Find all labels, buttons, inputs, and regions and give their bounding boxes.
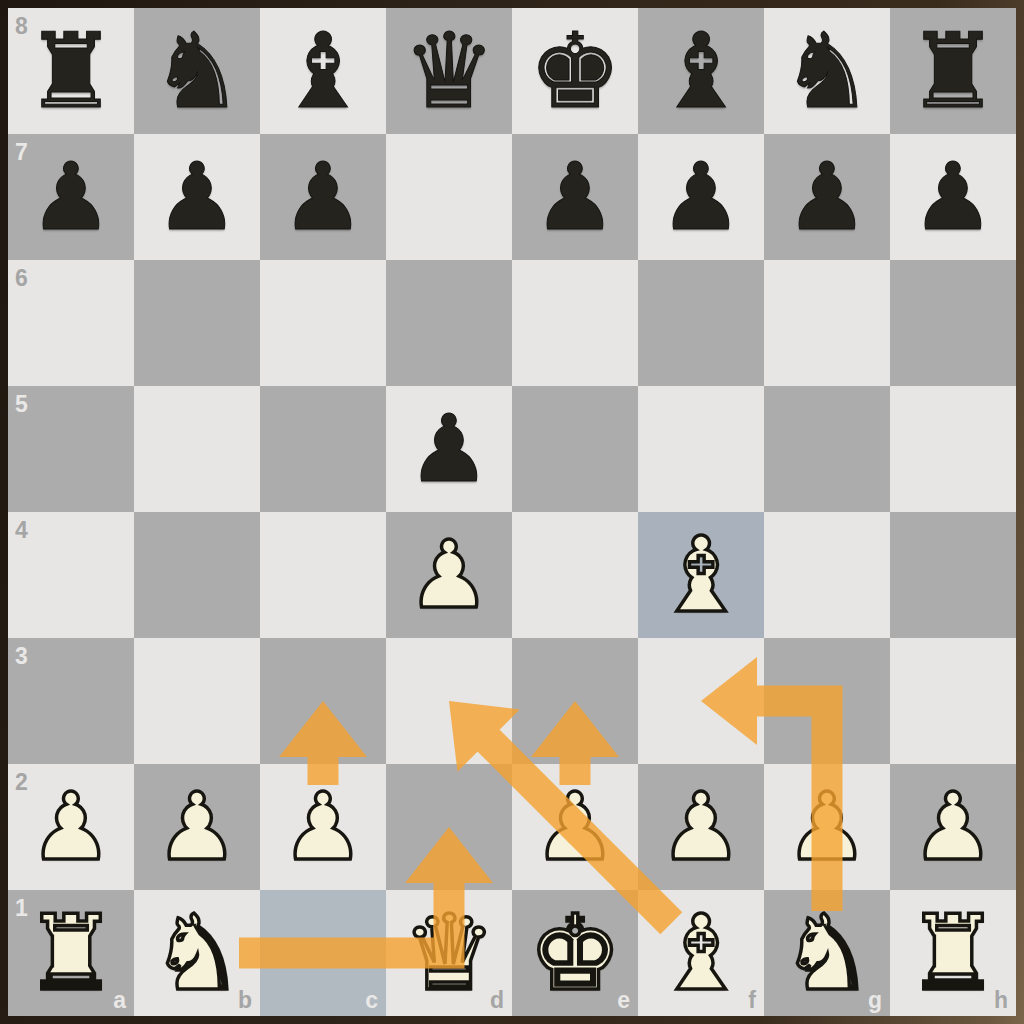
square-b1[interactable]: b♞ xyxy=(134,890,260,1016)
square-a8[interactable]: 8♜ xyxy=(8,8,134,134)
square-g7[interactable]: ♟ xyxy=(764,134,890,260)
square-f2[interactable]: ♟ xyxy=(638,764,764,890)
square-b5[interactable] xyxy=(134,386,260,512)
chess-app: { "game": "chess", "board": { "files": [… xyxy=(0,0,1024,1024)
piece-white-pawn-e2[interactable]: ♟ xyxy=(512,764,638,890)
piece-white-pawn-c2[interactable]: ♟ xyxy=(260,764,386,890)
piece-white-bishop-f4[interactable]: ♝ xyxy=(638,512,764,638)
piece-white-pawn-g2[interactable]: ♟ xyxy=(764,764,890,890)
square-h8[interactable]: ♜ xyxy=(890,8,1016,134)
square-e4[interactable] xyxy=(512,512,638,638)
piece-black-rook-a8[interactable]: ♜ xyxy=(8,8,134,134)
rank-label-5: 5 xyxy=(15,391,28,418)
square-a2[interactable]: 2♟ xyxy=(8,764,134,890)
square-f4[interactable]: ♝ xyxy=(638,512,764,638)
square-g2[interactable]: ♟ xyxy=(764,764,890,890)
square-e6[interactable] xyxy=(512,260,638,386)
square-g3[interactable] xyxy=(764,638,890,764)
square-d8[interactable]: ♛ xyxy=(386,8,512,134)
square-b3[interactable] xyxy=(134,638,260,764)
piece-white-bishop-f1[interactable]: ♝ xyxy=(638,890,764,1016)
square-g1[interactable]: g♞ xyxy=(764,890,890,1016)
piece-black-pawn-g7[interactable]: ♟ xyxy=(764,134,890,260)
square-f7[interactable]: ♟ xyxy=(638,134,764,260)
piece-black-rook-h8[interactable]: ♜ xyxy=(890,8,1016,134)
square-a5[interactable]: 5 xyxy=(8,386,134,512)
square-g6[interactable] xyxy=(764,260,890,386)
square-h7[interactable]: ♟ xyxy=(890,134,1016,260)
square-f3[interactable] xyxy=(638,638,764,764)
square-h1[interactable]: h♜ xyxy=(890,890,1016,1016)
square-e5[interactable] xyxy=(512,386,638,512)
square-b6[interactable] xyxy=(134,260,260,386)
piece-black-pawn-e7[interactable]: ♟ xyxy=(512,134,638,260)
piece-black-bishop-c8[interactable]: ♝ xyxy=(260,8,386,134)
piece-white-rook-a1[interactable]: ♜ xyxy=(8,890,134,1016)
square-c8[interactable]: ♝ xyxy=(260,8,386,134)
square-d1[interactable]: d♛ xyxy=(386,890,512,1016)
square-d5[interactable]: ♟ xyxy=(386,386,512,512)
square-e3[interactable] xyxy=(512,638,638,764)
piece-white-rook-h1[interactable]: ♜ xyxy=(890,890,1016,1016)
piece-black-pawn-a7[interactable]: ♟ xyxy=(8,134,134,260)
square-b4[interactable] xyxy=(134,512,260,638)
square-f6[interactable] xyxy=(638,260,764,386)
piece-white-queen-d1[interactable]: ♛ xyxy=(386,890,512,1016)
square-h5[interactable] xyxy=(890,386,1016,512)
square-d6[interactable] xyxy=(386,260,512,386)
piece-white-pawn-d4[interactable]: ♟ xyxy=(386,512,512,638)
square-e2[interactable]: ♟ xyxy=(512,764,638,890)
square-f8[interactable]: ♝ xyxy=(638,8,764,134)
piece-black-knight-g8[interactable]: ♞ xyxy=(764,8,890,134)
file-label-c: c xyxy=(365,987,378,1014)
square-a4[interactable]: 4 xyxy=(8,512,134,638)
chess-board[interactable]: 8♜♞♝♛♚♝♞♜7♟♟♟♟♟♟♟65♟4♟♝32♟♟♟♟♟♟♟1a♜b♞cd♛… xyxy=(8,8,1016,1016)
piece-white-knight-g1[interactable]: ♞ xyxy=(764,890,890,1016)
square-a6[interactable]: 6 xyxy=(8,260,134,386)
square-c7[interactable]: ♟ xyxy=(260,134,386,260)
square-f5[interactable] xyxy=(638,386,764,512)
square-g4[interactable] xyxy=(764,512,890,638)
square-e8[interactable]: ♚ xyxy=(512,8,638,134)
rank-label-6: 6 xyxy=(15,265,28,292)
piece-white-pawn-f2[interactable]: ♟ xyxy=(638,764,764,890)
square-g8[interactable]: ♞ xyxy=(764,8,890,134)
square-d3[interactable] xyxy=(386,638,512,764)
square-a1[interactable]: 1a♜ xyxy=(8,890,134,1016)
square-b7[interactable]: ♟ xyxy=(134,134,260,260)
square-c4[interactable] xyxy=(260,512,386,638)
piece-white-pawn-b2[interactable]: ♟ xyxy=(134,764,260,890)
square-f1[interactable]: f♝ xyxy=(638,890,764,1016)
piece-black-pawn-c7[interactable]: ♟ xyxy=(260,134,386,260)
piece-white-king-e1[interactable]: ♚ xyxy=(512,890,638,1016)
square-d4[interactable]: ♟ xyxy=(386,512,512,638)
piece-white-knight-b1[interactable]: ♞ xyxy=(134,890,260,1016)
square-a3[interactable]: 3 xyxy=(8,638,134,764)
piece-white-pawn-a2[interactable]: ♟ xyxy=(8,764,134,890)
piece-black-pawn-h7[interactable]: ♟ xyxy=(890,134,1016,260)
square-c5[interactable] xyxy=(260,386,386,512)
square-b8[interactable]: ♞ xyxy=(134,8,260,134)
square-b2[interactable]: ♟ xyxy=(134,764,260,890)
piece-black-king-e8[interactable]: ♚ xyxy=(512,8,638,134)
square-c1[interactable]: c xyxy=(260,890,386,1016)
square-g5[interactable] xyxy=(764,386,890,512)
piece-black-pawn-f7[interactable]: ♟ xyxy=(638,134,764,260)
piece-black-queen-d8[interactable]: ♛ xyxy=(386,8,512,134)
piece-black-pawn-b7[interactable]: ♟ xyxy=(134,134,260,260)
square-d2[interactable] xyxy=(386,764,512,890)
square-c3[interactable] xyxy=(260,638,386,764)
square-e1[interactable]: e♚ xyxy=(512,890,638,1016)
square-h3[interactable] xyxy=(890,638,1016,764)
piece-black-knight-b8[interactable]: ♞ xyxy=(134,8,260,134)
rank-label-3: 3 xyxy=(15,643,28,670)
square-h6[interactable] xyxy=(890,260,1016,386)
piece-white-pawn-h2[interactable]: ♟ xyxy=(890,764,1016,890)
square-d7[interactable] xyxy=(386,134,512,260)
square-c2[interactable]: ♟ xyxy=(260,764,386,890)
square-h4[interactable] xyxy=(890,512,1016,638)
square-e7[interactable]: ♟ xyxy=(512,134,638,260)
square-h2[interactable]: ♟ xyxy=(890,764,1016,890)
rank-label-4: 4 xyxy=(15,517,28,544)
square-c6[interactable] xyxy=(260,260,386,386)
piece-black-pawn-d5[interactable]: ♟ xyxy=(386,386,512,512)
piece-black-bishop-f8[interactable]: ♝ xyxy=(638,8,764,134)
square-a7[interactable]: 7♟ xyxy=(8,134,134,260)
